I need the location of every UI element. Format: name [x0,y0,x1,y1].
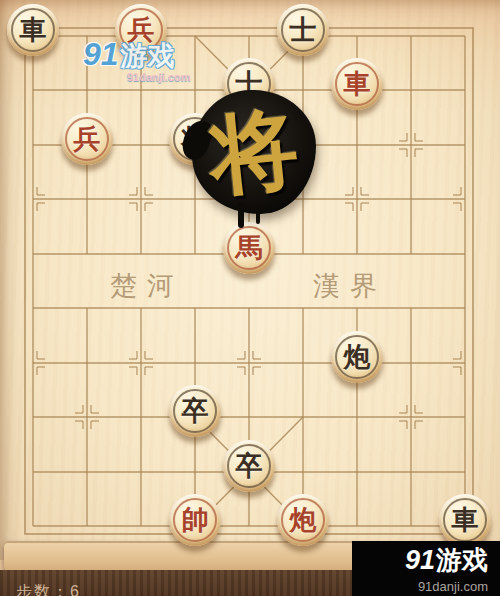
piece-red-馬[interactable]: 馬 [223,222,275,274]
piece-glyph: 卒 [169,385,221,437]
check-announcement-badge: 将 [192,90,316,214]
watermark-brand-text: 游戏 [436,543,488,578]
piece-glyph: 兵 [61,113,113,165]
piece-black-車[interactable]: 車 [7,4,59,56]
piece-red-兵[interactable]: 兵 [61,113,113,165]
piece-black-卒[interactable]: 卒 [169,385,221,437]
river-label-right: 漢界 [313,268,387,304]
piece-glyph: 車 [7,4,59,56]
piece-red-車[interactable]: 車 [331,58,383,110]
piece-glyph: 車 [439,494,491,546]
piece-black-卒[interactable]: 卒 [223,440,275,492]
piece-black-炮[interactable]: 炮 [331,331,383,383]
piece-red-炮[interactable]: 炮 [277,494,329,546]
watermark-91-logo: 91 [405,545,435,576]
piece-glyph: 卒 [223,440,275,492]
piece-glyph: 士 [277,4,329,56]
piece-glyph: 馬 [223,222,275,274]
watermark-top: 91 游戏 91danji.com [83,38,191,83]
river-label-left: 楚河 [110,268,184,304]
watermark-91-logo: 91 [83,38,119,70]
watermark-site-url: 91danji.com [418,579,488,594]
piece-glyph: 車 [331,58,383,110]
piece-glyph: 炮 [331,331,383,383]
piece-glyph: 炮 [277,494,329,546]
piece-red-帥[interactable]: 帥 [169,494,221,546]
piece-black-士[interactable]: 士 [277,4,329,56]
watermark-site-url: 91danji.com [127,72,191,83]
watermark-bottom: 91 游戏 91danji.com [352,541,500,596]
step-counter: 步数：6 [16,582,81,596]
piece-black-車[interactable]: 車 [439,494,491,546]
watermark-brand-text: 游戏 [121,43,175,70]
xiangqi-app-screen: { "game": "xiangqi", "position": { "fen"… [0,0,500,596]
piece-glyph: 帥 [169,494,221,546]
check-badge-glyph: 将 [186,84,322,220]
